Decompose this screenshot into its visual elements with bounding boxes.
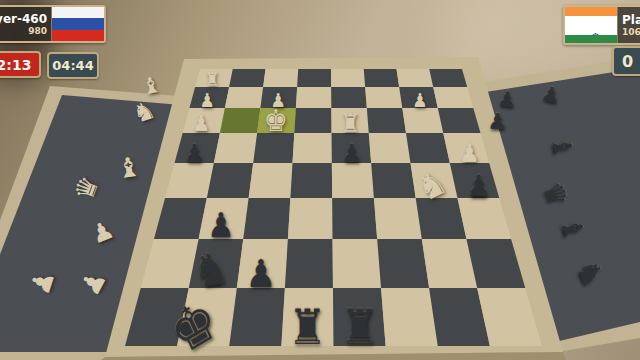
square-b3[interactable] [402,108,443,133]
square-e4[interactable] [293,133,332,163]
square-f3[interactable] [257,108,296,133]
square-a2[interactable] [433,87,473,108]
square-f7[interactable] [237,239,288,288]
square-a3[interactable] [438,108,481,133]
square-c2[interactable] [365,87,402,108]
square-d8[interactable] [333,288,386,346]
square-e6[interactable] [288,198,333,239]
player-left-name: yer-460 [0,12,47,26]
square-f1[interactable] [263,69,298,87]
square-c5[interactable] [371,163,416,198]
square-b1[interactable] [397,69,434,87]
square-g1[interactable] [229,69,265,87]
square-a1[interactable] [429,69,467,87]
square-c7[interactable] [377,239,429,288]
square-e5[interactable] [290,163,332,198]
square-g2[interactable] [225,87,263,108]
right-clock: 0 [612,46,640,76]
square-f5[interactable] [249,163,293,198]
square-f4[interactable] [253,133,294,163]
square-d4[interactable] [332,133,372,163]
square-c1[interactable] [364,69,399,87]
square-e3[interactable] [294,108,331,133]
left-clock: 04:44 [47,52,99,79]
square-g3[interactable] [220,108,260,133]
square-b4[interactable] [406,133,450,163]
square-f8[interactable] [229,288,285,346]
player-right-rating: 1065 [622,27,640,37]
square-g5[interactable] [207,163,253,198]
square-b2[interactable] [399,87,438,108]
square-d1[interactable] [331,69,365,87]
player-left-rating: 980 [28,26,47,36]
square-d5[interactable] [332,163,374,198]
player-panel-left: yer-460 980 [0,5,106,43]
square-c6[interactable] [374,198,422,239]
square-f6[interactable] [243,198,290,239]
square-h1[interactable] [195,69,233,87]
square-h3[interactable] [183,108,225,133]
active-move-timer: 2:13 [0,51,41,78]
square-c4[interactable] [369,133,411,163]
square-d7[interactable] [333,239,382,288]
square-e8[interactable] [281,288,333,346]
square-b5[interactable] [410,163,457,198]
square-d3[interactable] [331,108,368,133]
square-h2[interactable] [189,87,229,108]
russia-flag-icon [51,7,104,41]
square-g6[interactable] [199,198,249,239]
square-c8[interactable] [381,288,438,346]
square-e1[interactable] [297,69,331,87]
square-d6[interactable] [332,198,377,239]
square-c3[interactable] [367,108,406,133]
square-g4[interactable] [214,133,257,163]
player-panel-right: ☸ Pla 1065 [563,5,640,45]
india-flag-icon: ☸ [565,7,618,43]
square-e2[interactable] [296,87,331,108]
square-f2[interactable] [260,87,297,108]
square-d2[interactable] [331,87,367,108]
player-right-name: Pla [622,13,640,27]
square-e7[interactable] [285,239,333,288]
